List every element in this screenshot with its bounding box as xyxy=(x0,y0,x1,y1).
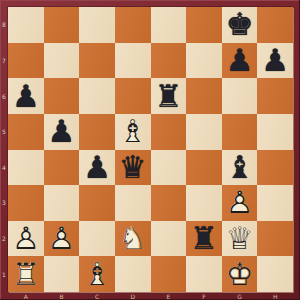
square-e2[interactable] xyxy=(151,221,187,257)
square-d2[interactable]: ♞♘ xyxy=(115,221,151,257)
square-g6[interactable] xyxy=(222,78,258,114)
piece-white-rook[interactable]: ♜♖ xyxy=(8,256,44,292)
square-f2[interactable]: ♜ xyxy=(186,221,222,257)
square-d3[interactable] xyxy=(115,185,151,221)
piece-white-pawn[interactable]: ♟♙ xyxy=(8,221,44,257)
square-e5[interactable] xyxy=(151,114,187,150)
file-label-b: B xyxy=(44,292,80,300)
chess-board-frame: ♚♟♟♟♜♟♝♗♟♛♝♟♙♟♙♟♙♞♘♜♛♕♜♖♝♗♚♔ 87654321 AB… xyxy=(0,0,300,300)
square-b8[interactable] xyxy=(44,7,80,43)
square-g7[interactable]: ♟ xyxy=(222,43,258,79)
piece-black-queen[interactable]: ♛ xyxy=(115,150,151,186)
piece-white-pawn[interactable]: ♟♙ xyxy=(222,185,258,221)
chess-board: ♚♟♟♟♜♟♝♗♟♛♝♟♙♟♙♟♙♞♘♜♛♕♜♖♝♗♚♔ xyxy=(8,7,293,292)
rank-label-4: 4 xyxy=(0,150,8,186)
square-c8[interactable] xyxy=(79,7,115,43)
piece-black-pawn[interactable]: ♟ xyxy=(257,43,293,79)
square-g4[interactable]: ♝ xyxy=(222,150,258,186)
square-f1[interactable] xyxy=(186,256,222,292)
square-d1[interactable] xyxy=(115,256,151,292)
square-a4[interactable] xyxy=(8,150,44,186)
square-g1[interactable]: ♚♔ xyxy=(222,256,258,292)
square-h7[interactable]: ♟ xyxy=(257,43,293,79)
piece-black-rook[interactable]: ♜ xyxy=(151,78,187,114)
file-label-h: H xyxy=(257,292,293,300)
square-h1[interactable] xyxy=(257,256,293,292)
file-label-d: D xyxy=(115,292,151,300)
piece-white-bishop[interactable]: ♝♗ xyxy=(115,114,151,150)
square-f3[interactable] xyxy=(186,185,222,221)
rank-label-7: 7 xyxy=(0,43,8,79)
square-a6[interactable]: ♟ xyxy=(8,78,44,114)
square-b6[interactable] xyxy=(44,78,80,114)
square-c7[interactable] xyxy=(79,43,115,79)
square-g2[interactable]: ♛♕ xyxy=(222,221,258,257)
square-b2[interactable]: ♟♙ xyxy=(44,221,80,257)
piece-black-pawn[interactable]: ♟ xyxy=(44,114,80,150)
square-b1[interactable] xyxy=(44,256,80,292)
square-g5[interactable] xyxy=(222,114,258,150)
rank-labels: 87654321 xyxy=(0,7,8,292)
file-label-g: G xyxy=(222,292,258,300)
square-e1[interactable] xyxy=(151,256,187,292)
piece-black-bishop[interactable]: ♝ xyxy=(222,150,258,186)
piece-white-queen[interactable]: ♛♕ xyxy=(222,221,258,257)
square-c6[interactable] xyxy=(79,78,115,114)
piece-black-pawn[interactable]: ♟ xyxy=(79,150,115,186)
square-a7[interactable] xyxy=(8,43,44,79)
rank-label-1: 1 xyxy=(0,256,8,292)
square-b3[interactable] xyxy=(44,185,80,221)
rank-label-3: 3 xyxy=(0,185,8,221)
square-f5[interactable] xyxy=(186,114,222,150)
square-g3[interactable]: ♟♙ xyxy=(222,185,258,221)
square-f6[interactable] xyxy=(186,78,222,114)
piece-black-pawn[interactable]: ♟ xyxy=(8,78,44,114)
square-d8[interactable] xyxy=(115,7,151,43)
square-e6[interactable]: ♜ xyxy=(151,78,187,114)
square-c3[interactable] xyxy=(79,185,115,221)
rank-label-5: 5 xyxy=(0,114,8,150)
piece-white-king[interactable]: ♚♔ xyxy=(222,256,258,292)
square-e8[interactable] xyxy=(151,7,187,43)
square-b5[interactable]: ♟ xyxy=(44,114,80,150)
piece-black-king[interactable]: ♚ xyxy=(222,7,258,43)
square-a8[interactable] xyxy=(8,7,44,43)
square-h8[interactable] xyxy=(257,7,293,43)
piece-black-rook[interactable]: ♜ xyxy=(186,221,222,257)
file-label-e: E xyxy=(151,292,187,300)
square-h4[interactable] xyxy=(257,150,293,186)
square-a2[interactable]: ♟♙ xyxy=(8,221,44,257)
square-e7[interactable] xyxy=(151,43,187,79)
square-c4[interactable]: ♟ xyxy=(79,150,115,186)
file-label-a: A xyxy=(8,292,44,300)
square-f7[interactable] xyxy=(186,43,222,79)
rank-label-6: 6 xyxy=(0,78,8,114)
file-label-c: C xyxy=(79,292,115,300)
square-a1[interactable]: ♜♖ xyxy=(8,256,44,292)
rank-label-2: 2 xyxy=(0,221,8,257)
square-h3[interactable] xyxy=(257,185,293,221)
square-e4[interactable] xyxy=(151,150,187,186)
square-c1[interactable]: ♝♗ xyxy=(79,256,115,292)
square-e3[interactable] xyxy=(151,185,187,221)
square-g8[interactable]: ♚ xyxy=(222,7,258,43)
square-f8[interactable] xyxy=(186,7,222,43)
square-c2[interactable] xyxy=(79,221,115,257)
square-f4[interactable] xyxy=(186,150,222,186)
square-d4[interactable]: ♛ xyxy=(115,150,151,186)
square-h6[interactable] xyxy=(257,78,293,114)
square-d6[interactable] xyxy=(115,78,151,114)
square-c5[interactable] xyxy=(79,114,115,150)
square-d7[interactable] xyxy=(115,43,151,79)
square-a3[interactable] xyxy=(8,185,44,221)
square-b4[interactable] xyxy=(44,150,80,186)
piece-white-bishop[interactable]: ♝♗ xyxy=(79,256,115,292)
square-b7[interactable] xyxy=(44,43,80,79)
file-label-f: F xyxy=(186,292,222,300)
file-labels: ABCDEFGH xyxy=(8,292,293,300)
piece-white-knight[interactable]: ♞♘ xyxy=(115,221,151,257)
square-d5[interactable]: ♝♗ xyxy=(115,114,151,150)
piece-black-pawn[interactable]: ♟ xyxy=(222,43,258,79)
piece-white-pawn[interactable]: ♟♙ xyxy=(44,221,80,257)
square-a5[interactable] xyxy=(8,114,44,150)
square-h2[interactable] xyxy=(257,221,293,257)
rank-label-8: 8 xyxy=(0,7,8,43)
square-h5[interactable] xyxy=(257,114,293,150)
